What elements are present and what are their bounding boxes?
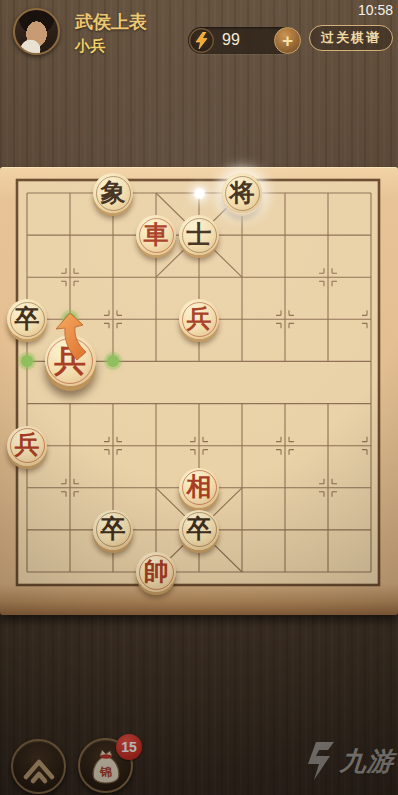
level-title: 武侯上表 xyxy=(75,12,147,33)
piece-red-general[interactable]: 帥 xyxy=(136,552,176,592)
piece-glyph: 兵 xyxy=(187,306,212,331)
board-intersections: 象将車士卒兵兵兵相卒卒帥 xyxy=(6,172,393,593)
pouch-label: 锦 xyxy=(99,765,112,779)
app-screen: 10:58 武侯上表 小兵 99 + 过关棋谱 xyxy=(0,0,398,795)
piece-glyph: 相 xyxy=(187,474,212,499)
top-bar: 武侯上表 小兵 99 + 过关棋谱 xyxy=(0,0,398,62)
piece-red-soldier[interactable]: 兵 xyxy=(179,299,219,339)
move-hint-dot[interactable] xyxy=(107,355,119,367)
notification-badge: 15 xyxy=(116,734,142,760)
move-hint-dot[interactable] xyxy=(64,313,76,325)
level-info: 武侯上表 小兵 xyxy=(75,12,147,54)
player-rank: 小兵 xyxy=(75,37,147,54)
piece-glyph: 兵 xyxy=(54,344,86,376)
energy-value: 99 xyxy=(222,31,240,49)
piece-glyph: 車 xyxy=(144,222,169,247)
watermark: 九游 xyxy=(306,742,394,780)
piece-black-soldier[interactable]: 卒 xyxy=(93,510,133,550)
piece-glyph: 卒 xyxy=(15,306,40,331)
piece-glyph: 卒 xyxy=(101,516,126,541)
piece-black-elephant[interactable]: 象 xyxy=(93,173,133,213)
watermark-logo-icon xyxy=(306,742,336,780)
tips-pouch-button[interactable]: 锦 15 xyxy=(78,738,133,793)
move-hint-dot[interactable] xyxy=(21,355,33,367)
piece-glyph: 卒 xyxy=(187,516,212,541)
watermark-text: 九游 xyxy=(339,744,395,779)
piece-glyph: 象 xyxy=(101,180,126,205)
piece-glyph: 士 xyxy=(187,222,212,247)
avatar[interactable] xyxy=(13,8,60,55)
piece-black-soldier[interactable]: 卒 xyxy=(7,299,47,339)
piece-glyph: 帥 xyxy=(144,559,169,584)
xiangqi-board[interactable]: 象将車士卒兵兵兵相卒卒帥 xyxy=(0,167,398,629)
puzzle-book-button[interactable]: 过关棋谱 xyxy=(309,25,393,51)
piece-glyph: 兵 xyxy=(15,432,40,457)
piece-red-soldier[interactable]: 兵 xyxy=(45,335,96,386)
piece-black-advisor[interactable]: 士 xyxy=(179,215,219,255)
clock: 10:58 xyxy=(358,2,393,18)
piece-glyph: 将 xyxy=(230,180,255,205)
piece-red-soldier[interactable]: 兵 xyxy=(7,426,47,466)
piece-black-general[interactable]: 将 xyxy=(222,173,262,213)
collapse-menu-button[interactable] xyxy=(11,739,66,794)
energy-bar: 99 + xyxy=(188,27,300,54)
lightning-icon xyxy=(189,28,214,53)
add-energy-button[interactable]: + xyxy=(274,27,301,54)
last-move-sparkle xyxy=(195,189,204,198)
piece-red-elephant[interactable]: 相 xyxy=(179,468,219,508)
piece-red-chariot[interactable]: 車 xyxy=(136,215,176,255)
piece-black-soldier[interactable]: 卒 xyxy=(179,510,219,550)
